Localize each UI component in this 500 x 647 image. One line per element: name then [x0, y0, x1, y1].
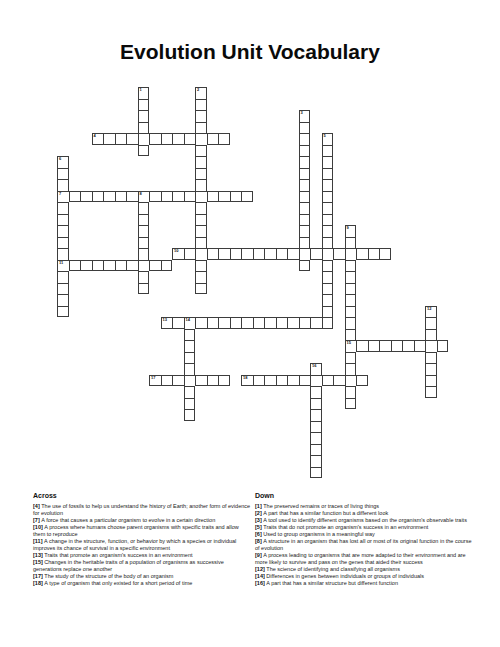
grid-cell[interactable]	[207, 248, 219, 260]
cell-number: 2	[197, 88, 199, 92]
clue-number: [1]	[255, 503, 263, 509]
grid-cell[interactable]	[184, 386, 196, 398]
grid-cell[interactable]	[184, 329, 196, 341]
grid-cell[interactable]: 13	[161, 317, 173, 329]
grid-cell[interactable]	[356, 375, 368, 387]
grid-cell[interactable]	[195, 283, 207, 295]
grid-cell[interactable]	[57, 179, 69, 191]
grid-cell[interactable]	[195, 156, 207, 168]
grid-cell[interactable]	[184, 340, 196, 352]
grid-cell[interactable]	[299, 214, 311, 226]
grid-cell[interactable]	[126, 133, 138, 145]
grid-cell[interactable]	[138, 260, 150, 272]
grid-cell[interactable]	[172, 191, 184, 203]
grid-cell[interactable]	[310, 248, 322, 260]
clue-item: [15] Changes in the heritable traits of …	[33, 559, 251, 573]
grid-cell[interactable]	[345, 386, 357, 398]
grid-cell[interactable]	[115, 260, 127, 272]
grid-cell[interactable]	[333, 248, 345, 260]
grid-cell[interactable]	[437, 340, 449, 352]
grid-cell[interactable]	[345, 248, 357, 260]
clue-number: [13]	[33, 552, 44, 558]
grid-cell[interactable]	[253, 317, 265, 329]
grid-cell[interactable]: 12	[425, 306, 437, 318]
cell-number: 7	[59, 192, 61, 196]
clue-item: [18] A type of organism that only existe…	[33, 580, 251, 587]
grid-cell[interactable]	[172, 317, 184, 329]
grid-cell[interactable]	[161, 375, 173, 387]
grid-cell[interactable]	[345, 352, 357, 364]
clue-number: [17]	[33, 573, 44, 579]
grid-cell[interactable]	[322, 306, 334, 318]
grid-cell[interactable]	[57, 214, 69, 226]
cell-number: 10	[174, 249, 178, 253]
grid-cell[interactable]	[299, 260, 311, 272]
grid-cell[interactable]	[57, 237, 69, 249]
grid-cell[interactable]	[138, 214, 150, 226]
clue-number: [6]	[255, 531, 263, 537]
clue-number: [16]	[255, 580, 266, 586]
grid-cell[interactable]: 11	[57, 260, 69, 272]
grid-cell[interactable]	[218, 248, 230, 260]
grid-cell[interactable]	[345, 329, 357, 341]
grid-cell[interactable]	[322, 271, 334, 283]
grid-cell[interactable]	[138, 110, 150, 122]
grid-cell[interactable]	[299, 168, 311, 180]
grid-cell[interactable]	[379, 340, 391, 352]
cell-number: 18	[243, 376, 247, 380]
grid-cell[interactable]	[195, 375, 207, 387]
grid-cell[interactable]	[57, 202, 69, 214]
grid-cell[interactable]	[92, 260, 104, 272]
clue-number: [14]	[255, 573, 266, 579]
grid-cell[interactable]	[322, 214, 334, 226]
grid-cell[interactable]	[264, 317, 276, 329]
grid-cell[interactable]	[195, 110, 207, 122]
clue-number: [12]	[255, 566, 266, 572]
grid-cell[interactable]	[299, 156, 311, 168]
grid-cell[interactable]	[126, 191, 138, 203]
grid-cell[interactable]	[299, 317, 311, 329]
clue-item: [11] A change in the structure, function…	[33, 538, 251, 552]
grid-cell[interactable]	[103, 191, 115, 203]
clue-number: [10]	[33, 524, 44, 530]
grid-cell[interactable]	[287, 375, 299, 387]
grid-cell[interactable]	[322, 248, 334, 260]
cell-number: 16	[312, 364, 316, 368]
across-header: Across	[33, 492, 251, 499]
clue-number: [2]	[255, 510, 263, 516]
clue-item: [7] A force that causes a particular org…	[33, 517, 251, 524]
clue-number: [18]	[33, 580, 44, 586]
clue-item: [14] Differences in genes between indivi…	[255, 573, 474, 580]
grid-cell[interactable]: 3	[299, 110, 311, 122]
clue-item: [17] The study of the structure of the b…	[33, 573, 251, 580]
grid-cell[interactable]	[241, 191, 253, 203]
grid-cell[interactable]	[322, 237, 334, 249]
cell-number: 6	[59, 157, 61, 161]
grid-cell[interactable]	[241, 317, 253, 329]
grid-cell[interactable]	[57, 294, 69, 306]
grid-cell[interactable]	[368, 248, 380, 260]
clue-item: [8] A structure in an organism that has …	[255, 538, 474, 552]
grid-cell[interactable]	[310, 467, 322, 479]
clue-item: [16] A part that has a similar structure…	[255, 580, 474, 587]
grid-cell[interactable]	[310, 432, 322, 444]
grid-cell[interactable]: 2	[195, 87, 207, 99]
grid-cell[interactable]	[138, 145, 150, 157]
clue-number: [8]	[255, 538, 263, 544]
grid-cell[interactable]	[207, 375, 219, 387]
grid-cell[interactable]	[195, 168, 207, 180]
grid-cell[interactable]	[310, 375, 322, 387]
grid-cell[interactable]	[368, 340, 380, 352]
grid-cell[interactable]	[310, 386, 322, 398]
cell-number: 17	[151, 376, 155, 380]
grid-cell[interactable]	[345, 306, 357, 318]
clue-item: [1] The preserved remains or traces of l…	[255, 503, 474, 510]
grid-cell[interactable]	[299, 225, 311, 237]
grid-cell[interactable]	[184, 248, 196, 260]
clue-item: [12] The science of identifying and clas…	[255, 566, 474, 573]
clue-item: [5] Traits that do not promote an organi…	[255, 524, 474, 531]
grid-cell[interactable]	[149, 260, 161, 272]
grid-cell[interactable]	[425, 375, 437, 387]
grid-cell[interactable]	[115, 191, 127, 203]
grid-cell[interactable]	[103, 133, 115, 145]
across-clue-list: [4] The use of fossils to help us unders…	[33, 503, 251, 587]
grid-cell[interactable]	[184, 363, 196, 375]
cell-number: 14	[186, 318, 190, 322]
grid-cell[interactable]	[299, 133, 311, 145]
cell-number: 3	[301, 111, 303, 115]
grid-cell[interactable]	[345, 317, 357, 329]
crossword-grid: 123456711891510121314161718	[57, 87, 448, 478]
grid-cell[interactable]	[322, 317, 334, 329]
grid-cell[interactable]	[115, 133, 127, 145]
grid-cell[interactable]	[195, 202, 207, 214]
grid-cell[interactable]: 10	[172, 248, 184, 260]
grid-cell[interactable]	[218, 317, 230, 329]
grid-cell[interactable]	[322, 202, 334, 214]
grid-cell[interactable]	[172, 375, 184, 387]
grid-cell[interactable]	[402, 340, 414, 352]
down-clues-section: Down [1] The preserved remains or traces…	[255, 492, 474, 587]
grid-cell[interactable]	[230, 248, 242, 260]
clue-number: [5]	[255, 524, 263, 530]
grid-cell[interactable]	[195, 133, 207, 145]
grid-cell[interactable]	[299, 179, 311, 191]
grid-cell[interactable]	[299, 375, 311, 387]
grid-cell[interactable]	[218, 191, 230, 203]
cell-number: 9	[347, 226, 349, 230]
grid-cell[interactable]	[299, 191, 311, 203]
cell-number: 8	[140, 192, 142, 196]
grid-cell[interactable]	[322, 145, 334, 157]
grid-cell[interactable]	[57, 248, 69, 260]
grid-cell[interactable]	[218, 133, 230, 145]
grid-cell[interactable]	[425, 329, 437, 341]
grid-cell[interactable]	[57, 225, 69, 237]
grid-cell[interactable]	[299, 145, 311, 157]
grid-cell[interactable]	[299, 237, 311, 249]
grid-cell[interactable]	[322, 168, 334, 180]
grid-cell[interactable]: 15	[345, 340, 357, 352]
grid-cell[interactable]	[92, 191, 104, 203]
grid-cell[interactable]	[195, 237, 207, 249]
grid-cell[interactable]	[356, 248, 368, 260]
grid-cell[interactable]	[276, 248, 288, 260]
grid-cell[interactable]	[138, 271, 150, 283]
grid-cell[interactable]	[103, 260, 115, 272]
grid-cell[interactable]	[345, 294, 357, 306]
grid-cell[interactable]	[207, 317, 219, 329]
cell-number: 12	[427, 307, 431, 311]
grid-cell[interactable]	[184, 352, 196, 364]
grid-cell[interactable]	[276, 375, 288, 387]
grid-cell[interactable]	[80, 260, 92, 272]
grid-cell[interactable]	[138, 122, 150, 134]
grid-cell[interactable]	[299, 122, 311, 134]
grid-cell[interactable]	[345, 271, 357, 283]
grid-cell[interactable]	[310, 409, 322, 421]
grid-cell[interactable]	[207, 191, 219, 203]
grid-cell[interactable]	[264, 248, 276, 260]
grid-cell[interactable]	[333, 375, 345, 387]
grid-cell[interactable]	[184, 375, 196, 387]
grid-cell[interactable]	[195, 145, 207, 157]
grid-cell[interactable]	[322, 225, 334, 237]
grid-cell[interactable]	[195, 248, 207, 260]
grid-cell[interactable]	[57, 306, 69, 318]
grid-cell[interactable]: 5	[322, 133, 334, 145]
grid-cell[interactable]	[322, 156, 334, 168]
grid-cell[interactable]	[138, 248, 150, 260]
grid-cell[interactable]	[253, 248, 265, 260]
grid-cell[interactable]	[425, 340, 437, 352]
grid-cell[interactable]	[195, 225, 207, 237]
grid-cell[interactable]	[322, 191, 334, 203]
cell-number: 5	[324, 134, 326, 138]
puzzle-title: Evolution Unit Vocabulary	[0, 40, 500, 64]
clue-item: [6] Used to group organisms in a meaning…	[255, 531, 474, 538]
grid-cell[interactable]	[69, 260, 81, 272]
grid-cell[interactable]	[230, 317, 242, 329]
grid-cell[interactable]	[184, 409, 196, 421]
clue-number: [9]	[255, 552, 263, 558]
grid-cell[interactable]	[195, 260, 207, 272]
clue-number: [15]	[33, 559, 44, 565]
grid-cell[interactable]	[287, 248, 299, 260]
grid-cell[interactable]	[425, 352, 437, 364]
clue-item: [2] A part that has a similar function b…	[255, 510, 474, 517]
grid-cell[interactable]: 4	[92, 133, 104, 145]
grid-cell[interactable]	[425, 317, 437, 329]
grid-cell[interactable]	[195, 214, 207, 226]
grid-cell[interactable]: 9	[345, 225, 357, 237]
grid-cell[interactable]	[241, 248, 253, 260]
grid-cell[interactable]	[230, 191, 242, 203]
grid-cell[interactable]	[138, 133, 150, 145]
grid-cell[interactable]: 7	[57, 191, 69, 203]
grid-cell[interactable]: 14	[184, 317, 196, 329]
grid-cell[interactable]	[161, 260, 173, 272]
grid-cell[interactable]	[195, 271, 207, 283]
grid-cell[interactable]	[322, 375, 334, 387]
down-header: Down	[255, 492, 474, 499]
grid-cell[interactable]	[218, 375, 230, 387]
grid-cell[interactable]	[195, 317, 207, 329]
grid-cell[interactable]	[195, 191, 207, 203]
grid-cell[interactable]	[138, 202, 150, 214]
grid-cell[interactable]: 16	[310, 363, 322, 375]
grid-cell[interactable]	[80, 191, 92, 203]
clue-number: [4]	[33, 503, 41, 509]
clue-item: [10] A process where humans choose paren…	[33, 524, 251, 538]
grid-cell[interactable]	[414, 340, 426, 352]
grid-cell[interactable]	[345, 237, 357, 249]
grid-cell[interactable]	[184, 398, 196, 410]
across-clues-section: Across [4] The use of fossils to help us…	[33, 492, 251, 587]
grid-cell[interactable]	[69, 191, 81, 203]
grid-cell[interactable]	[310, 444, 322, 456]
grid-cell[interactable]	[356, 340, 368, 352]
grid-cell[interactable]	[161, 133, 173, 145]
grid-cell[interactable]	[149, 133, 161, 145]
grid-cell[interactable]	[253, 375, 265, 387]
grid-cell[interactable]	[391, 340, 403, 352]
grid-cell[interactable]	[172, 133, 184, 145]
crossword-page: Evolution Unit Vocabulary 12345671189151…	[0, 0, 500, 647]
grid-cell[interactable]	[299, 202, 311, 214]
clue-item: [13] Traits that promote an organism's s…	[33, 552, 251, 559]
grid-cell[interactable]	[287, 317, 299, 329]
grid-cell[interactable]	[195, 122, 207, 134]
clue-item: [3] A tool used to identify different or…	[255, 517, 474, 524]
grid-cell[interactable]	[138, 99, 150, 111]
clue-item: [4] The use of fossils to help us unders…	[33, 503, 251, 517]
cell-number: 1	[140, 88, 142, 92]
grid-cell[interactable]: 18	[241, 375, 253, 387]
grid-cell[interactable]	[126, 260, 138, 272]
grid-cell[interactable]	[310, 317, 322, 329]
grid-cell[interactable]	[57, 168, 69, 180]
grid-cell[interactable]	[57, 271, 69, 283]
grid-cell[interactable]	[264, 375, 276, 387]
grid-cell[interactable]	[345, 363, 357, 375]
clue-number: [11]	[33, 538, 44, 544]
grid-cell[interactable]	[138, 225, 150, 237]
grid-cell[interactable]	[345, 398, 357, 410]
down-clue-list: [1] The preserved remains or traces of l…	[255, 503, 474, 587]
grid-cell[interactable]	[379, 248, 391, 260]
cell-number: 11	[59, 261, 63, 265]
grid-cell[interactable]	[299, 248, 311, 260]
grid-cell[interactable]	[425, 363, 437, 375]
grid-cell[interactable]	[310, 398, 322, 410]
cell-number: 13	[163, 318, 167, 322]
grid-cell[interactable]	[207, 133, 219, 145]
grid-cell[interactable]	[161, 191, 173, 203]
grid-cell[interactable]	[322, 179, 334, 191]
grid-cell[interactable]	[345, 375, 357, 387]
grid-cell[interactable]: 17	[149, 375, 161, 387]
grid-cell[interactable]	[149, 191, 161, 203]
cell-number: 15	[347, 341, 351, 345]
grid-cell[interactable]	[310, 455, 322, 467]
grid-cell[interactable]	[345, 283, 357, 295]
clue-number: [3]	[255, 517, 263, 523]
clue-number: [7]	[33, 517, 41, 523]
grid-cell[interactable]	[138, 237, 150, 249]
grid-cell[interactable]	[57, 283, 69, 295]
grid-cell[interactable]	[345, 260, 357, 272]
grid-cell[interactable]	[184, 191, 196, 203]
grid-cell[interactable]	[322, 260, 334, 272]
grid-cell[interactable]: 1	[138, 87, 150, 99]
grid-cell[interactable]	[195, 179, 207, 191]
grid-cell[interactable]	[322, 283, 334, 295]
grid-cell[interactable]	[322, 294, 334, 306]
grid-cell[interactable]	[195, 99, 207, 111]
clue-item: [9] A process leading to organisms that …	[255, 552, 474, 566]
grid-cell[interactable]: 8	[138, 191, 150, 203]
grid-cell[interactable]: 6	[57, 156, 69, 168]
grid-cell[interactable]	[138, 283, 150, 295]
grid-cell[interactable]	[310, 421, 322, 433]
grid-cell[interactable]	[184, 133, 196, 145]
cell-number: 4	[94, 134, 96, 138]
grid-cell[interactable]	[425, 386, 437, 398]
grid-cell[interactable]	[276, 317, 288, 329]
